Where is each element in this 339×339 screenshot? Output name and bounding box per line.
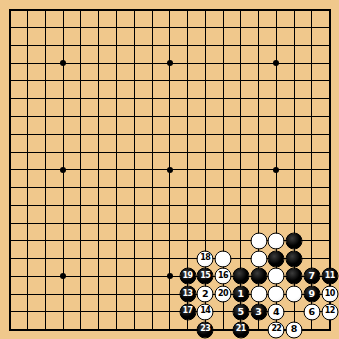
intersection-5-6 bbox=[90, 108, 108, 126]
intersection-16-0 bbox=[285, 1, 303, 19]
intersection-8-10 bbox=[143, 179, 161, 197]
intersection-2-14 bbox=[37, 250, 55, 268]
intersection-2-16 bbox=[37, 285, 55, 303]
intersection-1-10 bbox=[19, 179, 37, 197]
white-stone bbox=[250, 250, 267, 267]
intersection-4-2 bbox=[72, 37, 90, 55]
intersection-6-7 bbox=[108, 125, 126, 143]
intersection-15-11 bbox=[267, 196, 285, 214]
intersection-6-10 bbox=[108, 179, 126, 197]
intersection-17-6 bbox=[303, 108, 321, 126]
intersection-12-1 bbox=[214, 19, 232, 37]
intersection-8-1 bbox=[143, 19, 161, 37]
intersection-11-6 bbox=[196, 108, 214, 126]
intersection-16-15 bbox=[285, 267, 303, 285]
intersection-11-2 bbox=[196, 37, 214, 55]
intersection-18-12 bbox=[321, 214, 339, 232]
intersection-10-12 bbox=[179, 214, 197, 232]
intersection-8-14 bbox=[143, 250, 161, 268]
intersection-18-2 bbox=[321, 37, 339, 55]
intersection-15-18: 22 bbox=[267, 321, 285, 339]
intersection-12-2 bbox=[214, 37, 232, 55]
intersection-5-13 bbox=[90, 232, 108, 250]
intersection-10-15: 19 bbox=[179, 267, 197, 285]
white-stone: 22 bbox=[268, 321, 285, 338]
intersection-7-2 bbox=[125, 37, 143, 55]
black-stone: 1 bbox=[232, 286, 249, 303]
intersection-0-17 bbox=[1, 303, 19, 321]
intersection-14-14 bbox=[250, 250, 268, 268]
white-stone: 6 bbox=[303, 303, 320, 320]
intersection-18-10 bbox=[321, 179, 339, 197]
go-board: 1819151671113220191017145346122321228 bbox=[0, 0, 339, 339]
black-stone bbox=[286, 232, 303, 249]
intersection-0-5 bbox=[1, 90, 19, 108]
intersection-4-8 bbox=[72, 143, 90, 161]
intersection-7-1 bbox=[125, 19, 143, 37]
intersection-5-16 bbox=[90, 285, 108, 303]
intersection-0-0 bbox=[1, 1, 19, 19]
intersection-9-2 bbox=[161, 37, 179, 55]
intersection-17-7 bbox=[303, 125, 321, 143]
move-number: 23 bbox=[200, 325, 210, 333]
intersection-2-3 bbox=[37, 54, 55, 72]
intersection-2-12 bbox=[37, 214, 55, 232]
intersection-3-17 bbox=[54, 303, 72, 321]
star-point bbox=[60, 60, 66, 66]
intersection-16-13 bbox=[285, 232, 303, 250]
intersection-1-1 bbox=[19, 19, 37, 37]
intersection-6-16 bbox=[108, 285, 126, 303]
intersection-1-15 bbox=[19, 267, 37, 285]
intersection-17-5 bbox=[303, 90, 321, 108]
intersection-15-9 bbox=[267, 161, 285, 179]
intersection-11-14: 18 bbox=[196, 250, 214, 268]
intersection-9-8 bbox=[161, 143, 179, 161]
intersection-2-13 bbox=[37, 232, 55, 250]
intersection-13-3 bbox=[232, 54, 250, 72]
intersection-1-9 bbox=[19, 161, 37, 179]
white-stone: 12 bbox=[321, 303, 338, 320]
intersection-2-0 bbox=[37, 1, 55, 19]
intersection-8-4 bbox=[143, 72, 161, 90]
intersection-10-8 bbox=[179, 143, 197, 161]
intersection-16-17 bbox=[285, 303, 303, 321]
intersection-11-4 bbox=[196, 72, 214, 90]
intersection-8-3 bbox=[143, 54, 161, 72]
intersection-6-8 bbox=[108, 143, 126, 161]
intersection-11-8 bbox=[196, 143, 214, 161]
intersection-14-9 bbox=[250, 161, 268, 179]
intersection-15-4 bbox=[267, 72, 285, 90]
intersection-13-6 bbox=[232, 108, 250, 126]
black-stone bbox=[286, 250, 303, 267]
intersection-18-8 bbox=[321, 143, 339, 161]
black-stone: 7 bbox=[303, 268, 320, 285]
intersection-5-3 bbox=[90, 54, 108, 72]
intersection-2-4 bbox=[37, 72, 55, 90]
intersection-16-5 bbox=[285, 90, 303, 108]
board-grid: 1819151671113220191017145346122321228 bbox=[1, 1, 339, 339]
star-point bbox=[60, 167, 66, 173]
intersection-18-0 bbox=[321, 1, 339, 19]
star-point bbox=[273, 167, 279, 173]
intersection-8-17 bbox=[143, 303, 161, 321]
intersection-16-6 bbox=[285, 108, 303, 126]
intersection-3-1 bbox=[54, 19, 72, 37]
move-number: 3 bbox=[255, 307, 262, 317]
black-stone: 13 bbox=[179, 286, 196, 303]
intersection-15-17: 4 bbox=[267, 303, 285, 321]
intersection-13-16: 1 bbox=[232, 285, 250, 303]
intersection-7-7 bbox=[125, 125, 143, 143]
intersection-14-13 bbox=[250, 232, 268, 250]
intersection-6-4 bbox=[108, 72, 126, 90]
intersection-9-6 bbox=[161, 108, 179, 126]
intersection-17-14 bbox=[303, 250, 321, 268]
intersection-16-18: 8 bbox=[285, 321, 303, 339]
intersection-5-9 bbox=[90, 161, 108, 179]
intersection-3-8 bbox=[54, 143, 72, 161]
intersection-8-6 bbox=[143, 108, 161, 126]
intersection-14-1 bbox=[250, 19, 268, 37]
intersection-14-11 bbox=[250, 196, 268, 214]
intersection-18-16: 10 bbox=[321, 285, 339, 303]
intersection-14-5 bbox=[250, 90, 268, 108]
intersection-6-9 bbox=[108, 161, 126, 179]
intersection-10-6 bbox=[179, 108, 197, 126]
intersection-15-1 bbox=[267, 19, 285, 37]
intersection-10-14 bbox=[179, 250, 197, 268]
intersection-14-15 bbox=[250, 267, 268, 285]
intersection-2-5 bbox=[37, 90, 55, 108]
intersection-13-8 bbox=[232, 143, 250, 161]
intersection-9-3 bbox=[161, 54, 179, 72]
intersection-1-18 bbox=[19, 321, 37, 339]
move-number: 11 bbox=[325, 272, 335, 280]
intersection-8-5 bbox=[143, 90, 161, 108]
intersection-15-5 bbox=[267, 90, 285, 108]
intersection-4-13 bbox=[72, 232, 90, 250]
intersection-11-18: 23 bbox=[196, 321, 214, 339]
move-number: 12 bbox=[325, 307, 335, 315]
move-number: 14 bbox=[200, 307, 210, 315]
intersection-4-1 bbox=[72, 19, 90, 37]
move-number: 6 bbox=[309, 307, 316, 317]
black-stone: 19 bbox=[179, 268, 196, 285]
move-number: 20 bbox=[218, 290, 228, 298]
white-stone: 20 bbox=[215, 286, 232, 303]
intersection-12-15: 16 bbox=[214, 267, 232, 285]
intersection-17-3 bbox=[303, 54, 321, 72]
intersection-13-15 bbox=[232, 267, 250, 285]
intersection-3-5 bbox=[54, 90, 72, 108]
black-stone: 17 bbox=[179, 303, 196, 320]
intersection-18-6 bbox=[321, 108, 339, 126]
intersection-9-5 bbox=[161, 90, 179, 108]
move-number: 5 bbox=[238, 307, 245, 317]
intersection-18-1 bbox=[321, 19, 339, 37]
intersection-8-13 bbox=[143, 232, 161, 250]
move-number: 22 bbox=[271, 325, 281, 333]
black-stone bbox=[250, 268, 267, 285]
star-point bbox=[167, 273, 173, 279]
intersection-5-4 bbox=[90, 72, 108, 90]
star-point bbox=[167, 60, 173, 66]
intersection-9-11 bbox=[161, 196, 179, 214]
star-point bbox=[167, 167, 173, 173]
intersection-10-4 bbox=[179, 72, 197, 90]
intersection-12-18 bbox=[214, 321, 232, 339]
intersection-6-0 bbox=[108, 1, 126, 19]
intersection-7-0 bbox=[125, 1, 143, 19]
intersection-9-0 bbox=[161, 1, 179, 19]
intersection-6-14 bbox=[108, 250, 126, 268]
move-number: 13 bbox=[183, 290, 193, 298]
black-stone bbox=[232, 268, 249, 285]
intersection-11-15: 15 bbox=[196, 267, 214, 285]
intersection-11-10 bbox=[196, 179, 214, 197]
move-number: 9 bbox=[309, 289, 316, 299]
intersection-11-7 bbox=[196, 125, 214, 143]
intersection-3-9 bbox=[54, 161, 72, 179]
intersection-11-16: 2 bbox=[196, 285, 214, 303]
intersection-10-1 bbox=[179, 19, 197, 37]
intersection-16-3 bbox=[285, 54, 303, 72]
intersection-1-17 bbox=[19, 303, 37, 321]
intersection-1-16 bbox=[19, 285, 37, 303]
intersection-13-4 bbox=[232, 72, 250, 90]
intersection-3-4 bbox=[54, 72, 72, 90]
intersection-5-7 bbox=[90, 125, 108, 143]
intersection-4-18 bbox=[72, 321, 90, 339]
intersection-3-6 bbox=[54, 108, 72, 126]
intersection-10-7 bbox=[179, 125, 197, 143]
move-number: 4 bbox=[273, 307, 280, 317]
intersection-14-6 bbox=[250, 108, 268, 126]
intersection-14-0 bbox=[250, 1, 268, 19]
move-number: 7 bbox=[309, 271, 316, 281]
black-stone: 5 bbox=[232, 303, 249, 320]
intersection-17-8 bbox=[303, 143, 321, 161]
intersection-18-15: 11 bbox=[321, 267, 339, 285]
intersection-18-17: 12 bbox=[321, 303, 339, 321]
move-number: 19 bbox=[183, 272, 193, 280]
intersection-11-13 bbox=[196, 232, 214, 250]
intersection-0-15 bbox=[1, 267, 19, 285]
intersection-18-5 bbox=[321, 90, 339, 108]
intersection-7-18 bbox=[125, 321, 143, 339]
intersection-14-7 bbox=[250, 125, 268, 143]
intersection-0-16 bbox=[1, 285, 19, 303]
intersection-13-7 bbox=[232, 125, 250, 143]
intersection-5-15 bbox=[90, 267, 108, 285]
intersection-11-11 bbox=[196, 196, 214, 214]
black-stone bbox=[286, 268, 303, 285]
intersection-17-11 bbox=[303, 196, 321, 214]
intersection-11-9 bbox=[196, 161, 214, 179]
intersection-5-2 bbox=[90, 37, 108, 55]
intersection-16-11 bbox=[285, 196, 303, 214]
intersection-8-12 bbox=[143, 214, 161, 232]
intersection-15-10 bbox=[267, 179, 285, 197]
intersection-17-12 bbox=[303, 214, 321, 232]
intersection-8-2 bbox=[143, 37, 161, 55]
black-stone: 9 bbox=[303, 286, 320, 303]
intersection-5-17 bbox=[90, 303, 108, 321]
intersection-17-16: 9 bbox=[303, 285, 321, 303]
intersection-4-7 bbox=[72, 125, 90, 143]
intersection-16-7 bbox=[285, 125, 303, 143]
intersection-15-8 bbox=[267, 143, 285, 161]
intersection-6-13 bbox=[108, 232, 126, 250]
intersection-1-14 bbox=[19, 250, 37, 268]
intersection-4-5 bbox=[72, 90, 90, 108]
intersection-16-4 bbox=[285, 72, 303, 90]
intersection-10-17: 17 bbox=[179, 303, 197, 321]
intersection-10-9 bbox=[179, 161, 197, 179]
intersection-11-5 bbox=[196, 90, 214, 108]
intersection-3-13 bbox=[54, 232, 72, 250]
intersection-17-2 bbox=[303, 37, 321, 55]
intersection-4-4 bbox=[72, 72, 90, 90]
intersection-5-0 bbox=[90, 1, 108, 19]
intersection-0-3 bbox=[1, 54, 19, 72]
intersection-14-17: 3 bbox=[250, 303, 268, 321]
intersection-13-10 bbox=[232, 179, 250, 197]
intersection-15-6 bbox=[267, 108, 285, 126]
intersection-16-12 bbox=[285, 214, 303, 232]
intersection-3-0 bbox=[54, 1, 72, 19]
intersection-8-8 bbox=[143, 143, 161, 161]
intersection-3-10 bbox=[54, 179, 72, 197]
intersection-6-18 bbox=[108, 321, 126, 339]
intersection-5-12 bbox=[90, 214, 108, 232]
move-number: 1 bbox=[238, 289, 245, 299]
intersection-10-18 bbox=[179, 321, 197, 339]
star-point bbox=[273, 60, 279, 66]
white-stone bbox=[268, 286, 285, 303]
intersection-1-3 bbox=[19, 54, 37, 72]
intersection-3-15 bbox=[54, 267, 72, 285]
intersection-12-9 bbox=[214, 161, 232, 179]
intersection-9-18 bbox=[161, 321, 179, 339]
intersection-5-14 bbox=[90, 250, 108, 268]
star-point bbox=[60, 273, 66, 279]
intersection-15-7 bbox=[267, 125, 285, 143]
intersection-10-5 bbox=[179, 90, 197, 108]
intersection-17-17: 6 bbox=[303, 303, 321, 321]
intersection-14-10 bbox=[250, 179, 268, 197]
intersection-18-3 bbox=[321, 54, 339, 72]
white-stone: 10 bbox=[321, 286, 338, 303]
intersection-16-8 bbox=[285, 143, 303, 161]
intersection-11-0 bbox=[196, 1, 214, 19]
intersection-3-7 bbox=[54, 125, 72, 143]
white-stone bbox=[250, 286, 267, 303]
intersection-6-5 bbox=[108, 90, 126, 108]
intersection-12-10 bbox=[214, 179, 232, 197]
intersection-17-10 bbox=[303, 179, 321, 197]
intersection-12-3 bbox=[214, 54, 232, 72]
intersection-7-14 bbox=[125, 250, 143, 268]
intersection-0-4 bbox=[1, 72, 19, 90]
intersection-4-9 bbox=[72, 161, 90, 179]
intersection-12-13 bbox=[214, 232, 232, 250]
intersection-7-6 bbox=[125, 108, 143, 126]
intersection-16-9 bbox=[285, 161, 303, 179]
intersection-12-7 bbox=[214, 125, 232, 143]
intersection-2-18 bbox=[37, 321, 55, 339]
intersection-3-14 bbox=[54, 250, 72, 268]
intersection-10-10 bbox=[179, 179, 197, 197]
intersection-14-16 bbox=[250, 285, 268, 303]
intersection-1-7 bbox=[19, 125, 37, 143]
intersection-11-12 bbox=[196, 214, 214, 232]
intersection-4-16 bbox=[72, 285, 90, 303]
intersection-7-4 bbox=[125, 72, 143, 90]
intersection-2-6 bbox=[37, 108, 55, 126]
intersection-9-4 bbox=[161, 72, 179, 90]
intersection-4-6 bbox=[72, 108, 90, 126]
intersection-9-9 bbox=[161, 161, 179, 179]
intersection-12-8 bbox=[214, 143, 232, 161]
intersection-16-1 bbox=[285, 19, 303, 37]
intersection-17-18 bbox=[303, 321, 321, 339]
intersection-13-2 bbox=[232, 37, 250, 55]
intersection-12-4 bbox=[214, 72, 232, 90]
intersection-4-11 bbox=[72, 196, 90, 214]
intersection-16-16 bbox=[285, 285, 303, 303]
intersection-11-17: 14 bbox=[196, 303, 214, 321]
intersection-5-18 bbox=[90, 321, 108, 339]
intersection-13-9 bbox=[232, 161, 250, 179]
intersection-7-15 bbox=[125, 267, 143, 285]
move-number: 10 bbox=[325, 290, 335, 298]
intersection-0-11 bbox=[1, 196, 19, 214]
intersection-8-15 bbox=[143, 267, 161, 285]
intersection-18-18 bbox=[321, 321, 339, 339]
intersection-9-14 bbox=[161, 250, 179, 268]
intersection-2-11 bbox=[37, 196, 55, 214]
intersection-15-14 bbox=[267, 250, 285, 268]
move-number: 15 bbox=[200, 272, 210, 280]
intersection-6-11 bbox=[108, 196, 126, 214]
intersection-9-1 bbox=[161, 19, 179, 37]
intersection-18-9 bbox=[321, 161, 339, 179]
intersection-0-18 bbox=[1, 321, 19, 339]
intersection-10-2 bbox=[179, 37, 197, 55]
intersection-14-12 bbox=[250, 214, 268, 232]
move-number: 16 bbox=[218, 272, 228, 280]
move-number: 18 bbox=[200, 254, 210, 262]
intersection-4-3 bbox=[72, 54, 90, 72]
black-stone: 23 bbox=[197, 321, 214, 338]
intersection-1-11 bbox=[19, 196, 37, 214]
intersection-10-11 bbox=[179, 196, 197, 214]
intersection-3-18 bbox=[54, 321, 72, 339]
intersection-7-12 bbox=[125, 214, 143, 232]
intersection-0-6 bbox=[1, 108, 19, 126]
intersection-3-3 bbox=[54, 54, 72, 72]
intersection-17-13 bbox=[303, 232, 321, 250]
intersection-7-17 bbox=[125, 303, 143, 321]
intersection-9-7 bbox=[161, 125, 179, 143]
intersection-5-8 bbox=[90, 143, 108, 161]
intersection-11-3 bbox=[196, 54, 214, 72]
intersection-0-7 bbox=[1, 125, 19, 143]
black-stone: 3 bbox=[250, 303, 267, 320]
